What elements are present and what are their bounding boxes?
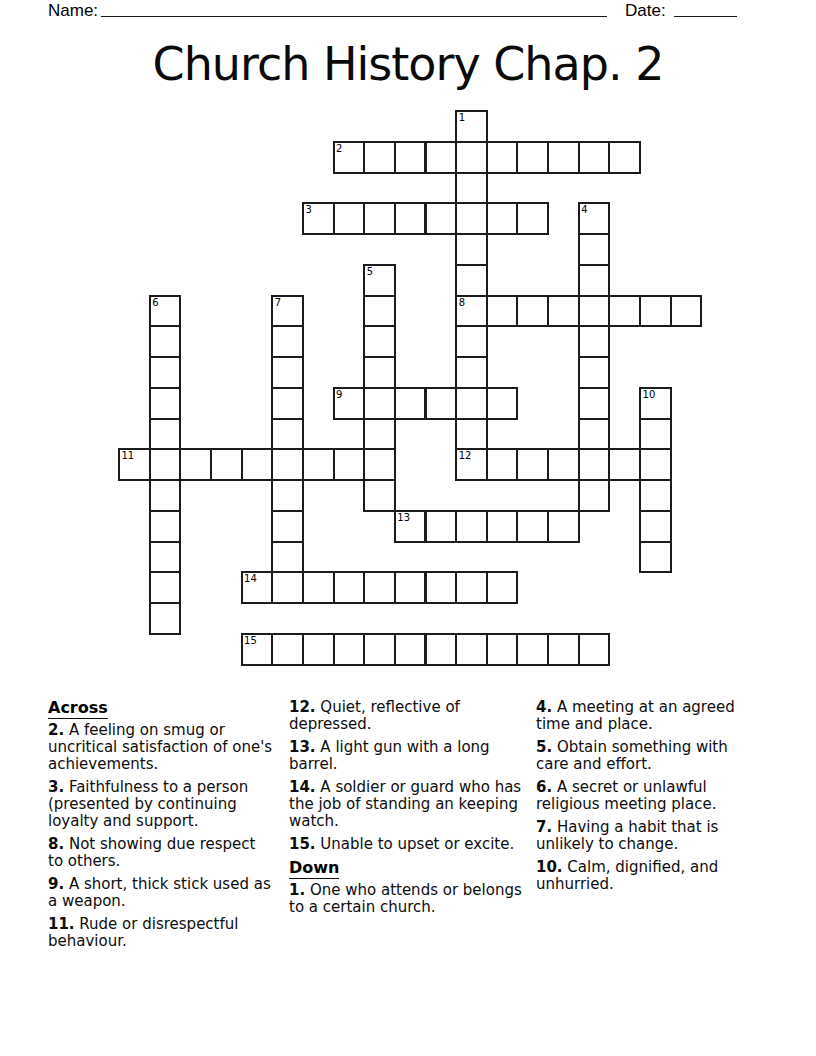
grid-cell-r9c11[interactable] (455, 387, 488, 420)
grid-cell-r3c13[interactable] (516, 202, 549, 235)
grid-cell-r6c8[interactable] (363, 295, 396, 328)
grid-cell-r7c11[interactable] (455, 325, 488, 358)
clue-down-4: 4. A meeting at an agreed time and place… (536, 699, 762, 733)
clue-number-label: 9. (48, 875, 64, 893)
grid-cell-r5c11[interactable] (455, 264, 488, 297)
grid-cell-r6c16[interactable] (608, 295, 641, 328)
grid-cell-r13c11[interactable] (455, 510, 488, 543)
name-blank-line[interactable] (101, 1, 607, 17)
grid-cell-r17c15[interactable] (578, 633, 611, 666)
grid-cell-r10c5[interactable] (271, 418, 304, 451)
grid-cell-r14c5[interactable] (271, 541, 304, 574)
clue-number-label: 6. (536, 778, 552, 796)
date-label: Date: (625, 2, 666, 19)
grid-cell-r13c5[interactable] (271, 510, 304, 543)
grid-cell-r10c15[interactable] (578, 418, 611, 451)
grid-clue-number-14: 14 (244, 574, 257, 584)
grid-cell-r9c15[interactable] (578, 387, 611, 420)
grid-cell-r12c5[interactable] (271, 479, 304, 512)
grid-clue-number-9: 9 (336, 390, 342, 400)
grid-cell-r15c8[interactable] (363, 571, 396, 604)
grid-clue-number-8: 8 (459, 298, 465, 308)
grid-clue-number-2: 2 (336, 144, 342, 154)
grid-cell-r7c1[interactable] (149, 325, 182, 358)
clue-down-7: 7. Having a habit that is unlikely to ch… (536, 819, 762, 853)
clue-down-10: 10. Calm, dignified, and unhurried. (536, 859, 762, 893)
grid-cell-r11c5[interactable] (271, 448, 304, 481)
grid-cell-r12c8[interactable] (363, 479, 396, 512)
grid-clue-number-1: 1 (459, 113, 465, 123)
grid-cell-r13c1[interactable] (149, 510, 182, 543)
crossword-grid: 123456789101112131415 (118, 110, 703, 666)
clue-column-down: 4. A meeting at an agreed time and place… (536, 699, 762, 899)
clue-number-label: 7. (536, 818, 552, 836)
grid-cell-r1c11[interactable] (455, 141, 488, 174)
grid-cell-r11c14[interactable] (547, 448, 580, 481)
grid-cell-r11c3[interactable] (210, 448, 243, 481)
grid-cell-r6c17[interactable] (639, 295, 672, 328)
grid-cell-r9c1[interactable] (149, 387, 182, 420)
grid-cell-r1c12[interactable] (486, 141, 519, 174)
grid-cell-r1c10[interactable] (425, 141, 458, 174)
clue-across-15: 15. Unable to upset or excite. (289, 836, 529, 853)
grid-cell-r4c11[interactable] (455, 233, 488, 266)
clue-down-6: 6. A secret or unlawful religious meetin… (536, 779, 762, 813)
grid-clue-number-11: 11 (122, 451, 135, 461)
grid-cell-r10c1[interactable] (149, 418, 182, 451)
grid-cell-r16c1[interactable] (149, 602, 182, 635)
clue-across-13: 13. A light gun with a long barrel. (289, 739, 529, 773)
grid-cell-r17c13[interactable] (516, 633, 549, 666)
clue-across-14: 14. A soldier or guard who has the job o… (289, 779, 529, 830)
grid-clue-number-5: 5 (367, 267, 373, 277)
crossword-worksheet-page: { "game": "crossword", "title": "Church … (0, 0, 816, 1056)
grid-cell-r10c17[interactable] (639, 418, 672, 451)
clue-column-middle: 12. Quiet, reflective of depressed.13. A… (289, 699, 529, 922)
clue-across-9: 9. A short, thick stick used as a weapon… (48, 876, 274, 910)
grid-cell-r11c15[interactable] (578, 448, 611, 481)
grid-cell-r11c12[interactable] (486, 448, 519, 481)
clue-across-12: 12. Quiet, reflective of depressed. (289, 699, 529, 733)
grid-cell-r17c14[interactable] (547, 633, 580, 666)
clue-number-label: 15. (289, 835, 316, 853)
grid-clue-number-3: 3 (305, 205, 311, 215)
date-blank-line[interactable] (674, 1, 737, 17)
grid-cell-r6c13[interactable] (516, 295, 549, 328)
clue-number-label: 5. (536, 738, 552, 756)
grid-cell-r11c13[interactable] (516, 448, 549, 481)
grid-cell-r7c15[interactable] (578, 325, 611, 358)
clue-number-label: 4. (536, 698, 552, 716)
grid-cell-r4c15[interactable] (578, 233, 611, 266)
grid-cell-r1c13[interactable] (516, 141, 549, 174)
page-title: Church History Chap. 2 (0, 36, 816, 92)
clue-number-label: 11. (48, 915, 75, 933)
grid-cell-r13c13[interactable] (516, 510, 549, 543)
grid-clue-number-10: 10 (643, 390, 656, 400)
grid-cell-r12c17[interactable] (639, 479, 672, 512)
clue-column-across: Across2. A feeling on smug or uncritical… (48, 699, 274, 956)
grid-cell-r15c10[interactable] (425, 571, 458, 604)
grid-cell-r1c8[interactable] (363, 141, 396, 174)
down-heading: Down (289, 859, 529, 876)
grid-cell-r17c9[interactable] (394, 633, 427, 666)
grid-cell-r6c18[interactable] (670, 295, 703, 328)
grid-cell-r15c1[interactable] (149, 571, 182, 604)
grid-cell-r11c7[interactable] (333, 448, 366, 481)
clue-number-label: 8. (48, 835, 64, 853)
grid-cell-r11c4[interactable] (241, 448, 274, 481)
name-label: Name: (48, 2, 98, 19)
grid-cell-r14c1[interactable] (149, 541, 182, 574)
grid-cell-r8c8[interactable] (363, 356, 396, 389)
grid-cell-r13c17[interactable] (639, 510, 672, 543)
grid-cell-r5c15[interactable] (578, 264, 611, 297)
clue-number-label: 10. (536, 858, 563, 876)
grid-cell-r17c11[interactable] (455, 633, 488, 666)
clue-number-label: 13. (289, 738, 316, 756)
grid-cell-r7c5[interactable] (271, 325, 304, 358)
grid-cell-r9c8[interactable] (363, 387, 396, 420)
grid-cell-r10c11[interactable] (455, 418, 488, 451)
grid-cell-r3c7[interactable] (333, 202, 366, 235)
grid-cell-r17c7[interactable] (333, 633, 366, 666)
grid-cell-r17c12[interactable] (486, 633, 519, 666)
grid-cell-r11c6[interactable] (302, 448, 335, 481)
grid-cell-r12c1[interactable] (149, 479, 182, 512)
grid-cell-r9c5[interactable] (271, 387, 304, 420)
grid-clue-number-6: 6 (152, 298, 158, 308)
grid-clue-number-12: 12 (459, 451, 472, 461)
clue-number-label: 2. (48, 721, 64, 739)
grid-cell-r13c12[interactable] (486, 510, 519, 543)
grid-cell-r11c2[interactable] (179, 448, 212, 481)
grid-cell-r14c17[interactable] (639, 541, 672, 574)
grid-clue-number-13: 13 (397, 513, 410, 523)
clue-across-11: 11. Rude or disrespectful behaviour. (48, 916, 274, 950)
grid-cell-r3c9[interactable] (394, 202, 427, 235)
clue-across-3: 3. Faithfulness to a person (presented b… (48, 779, 274, 830)
grid-cell-r15c5[interactable] (271, 571, 304, 604)
grid-cell-r9c9[interactable] (394, 387, 427, 420)
grid-cell-r8c5[interactable] (271, 356, 304, 389)
grid-cell-r10c8[interactable] (363, 418, 396, 451)
grid-cell-r13c14[interactable] (547, 510, 580, 543)
grid-cell-r11c8[interactable] (363, 448, 396, 481)
grid-cell-r3c11[interactable] (455, 202, 488, 235)
clue-across-2: 2. A feeling on smug or uncritical satis… (48, 722, 274, 773)
grid-cell-r11c16[interactable] (608, 448, 641, 481)
grid-cell-r7c8[interactable] (363, 325, 396, 358)
grid-cell-r6c14[interactable] (547, 295, 580, 328)
clue-number-label: 3. (48, 778, 64, 796)
grid-cell-r11c1[interactable] (149, 448, 182, 481)
grid-cell-r17c10[interactable] (425, 633, 458, 666)
clue-down-5: 5. Obtain something with care and effort… (536, 739, 762, 773)
grid-clue-number-7: 7 (275, 298, 281, 308)
grid-cell-r1c9[interactable] (394, 141, 427, 174)
grid-cell-r1c16[interactable] (608, 141, 641, 174)
grid-cell-r3c10[interactable] (425, 202, 458, 235)
grid-cell-r15c12[interactable] (486, 571, 519, 604)
grid-cell-r8c1[interactable] (149, 356, 182, 389)
grid-cell-r17c5[interactable] (271, 633, 304, 666)
grid-cell-r9c12[interactable] (486, 387, 519, 420)
grid-cell-r15c11[interactable] (455, 571, 488, 604)
grid-cell-r2c11[interactable] (455, 172, 488, 205)
grid-cell-r3c8[interactable] (363, 202, 396, 235)
grid-cell-r13c10[interactable] (425, 510, 458, 543)
grid-cell-r15c6[interactable] (302, 571, 335, 604)
grid-cell-r17c8[interactable] (363, 633, 396, 666)
grid-cell-r11c17[interactable] (639, 448, 672, 481)
grid-cell-r17c6[interactable] (302, 633, 335, 666)
grid-cell-r8c11[interactable] (455, 356, 488, 389)
grid-cell-r6c15[interactable] (578, 295, 611, 328)
grid-cell-r15c9[interactable] (394, 571, 427, 604)
grid-cell-r1c15[interactable] (578, 141, 611, 174)
grid-cell-r6c12[interactable] (486, 295, 519, 328)
grid-cell-r1c14[interactable] (547, 141, 580, 174)
grid-cell-r3c12[interactable] (486, 202, 519, 235)
grid-clue-number-4: 4 (581, 205, 587, 215)
grid-cell-r12c15[interactable] (578, 479, 611, 512)
clue-number-label: 12. (289, 698, 316, 716)
clue-across-8: 8. Not showing due respect to others. (48, 836, 274, 870)
grid-cell-r8c15[interactable] (578, 356, 611, 389)
grid-cell-r15c7[interactable] (333, 571, 366, 604)
clue-number-label: 1. (289, 881, 305, 899)
clue-number-label: 14. (289, 778, 316, 796)
grid-cell-r9c10[interactable] (425, 387, 458, 420)
clue-down-1: 1. One who attends or belongs to a certa… (289, 882, 529, 916)
across-heading: Across (48, 699, 274, 716)
grid-clue-number-15: 15 (244, 636, 257, 646)
